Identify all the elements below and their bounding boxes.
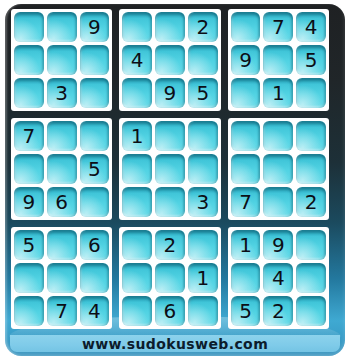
block-3-3: 19452 <box>228 227 329 329</box>
cell-r6c4[interactable] <box>122 187 152 217</box>
cell-r9c4[interactable] <box>122 296 152 326</box>
cell-r3c7[interactable] <box>231 78 261 108</box>
block-2-2: 13 <box>119 118 220 220</box>
cell-r2c6[interactable] <box>188 45 218 75</box>
cell-r6c3[interactable] <box>80 187 110 217</box>
cell-r3c8[interactable]: 1 <box>263 78 293 108</box>
cell-r7c5[interactable]: 2 <box>155 230 185 260</box>
block-1-1: 93 <box>11 9 112 111</box>
footer-band: www.sudokusweb.com <box>10 335 340 352</box>
cell-r2c5[interactable] <box>155 45 185 75</box>
cell-r5c9[interactable] <box>296 154 326 184</box>
cell-r2c9[interactable]: 5 <box>296 45 326 75</box>
cell-r1c6[interactable]: 2 <box>188 12 218 42</box>
cell-r7c4[interactable] <box>122 230 152 260</box>
cell-r8c5[interactable] <box>155 263 185 293</box>
cell-r7c8[interactable]: 9 <box>263 230 293 260</box>
cell-r6c5[interactable] <box>155 187 185 217</box>
sudoku-app: 9324957495175961372567421619452 www.sudo… <box>0 0 350 360</box>
cell-r7c2[interactable] <box>47 230 77 260</box>
cell-r4c6[interactable] <box>188 121 218 151</box>
cell-r5c6[interactable] <box>188 154 218 184</box>
cell-r2c2[interactable] <box>47 45 77 75</box>
cell-r7c7[interactable]: 1 <box>231 230 261 260</box>
cell-r5c1[interactable] <box>14 154 44 184</box>
block-1-2: 2495 <box>119 9 220 111</box>
cell-r7c3[interactable]: 6 <box>80 230 110 260</box>
cell-r6c2[interactable]: 6 <box>47 187 77 217</box>
cell-r5c5[interactable] <box>155 154 185 184</box>
cell-r9c5[interactable]: 6 <box>155 296 185 326</box>
cell-r5c3[interactable]: 5 <box>80 154 110 184</box>
cell-r2c8[interactable] <box>263 45 293 75</box>
cell-r5c4[interactable] <box>122 154 152 184</box>
cell-r6c1[interactable]: 9 <box>14 187 44 217</box>
cell-r9c9[interactable] <box>296 296 326 326</box>
cell-r8c3[interactable] <box>80 263 110 293</box>
cell-r8c2[interactable] <box>47 263 77 293</box>
cell-r9c8[interactable]: 2 <box>263 296 293 326</box>
cell-r3c5[interactable]: 9 <box>155 78 185 108</box>
cell-r8c9[interactable] <box>296 263 326 293</box>
cell-r4c9[interactable] <box>296 121 326 151</box>
block-2-1: 7596 <box>11 118 112 220</box>
cell-r3c9[interactable] <box>296 78 326 108</box>
cell-r9c2[interactable]: 7 <box>47 296 77 326</box>
cell-r4c7[interactable] <box>231 121 261 151</box>
cell-r4c8[interactable] <box>263 121 293 151</box>
cell-r5c2[interactable] <box>47 154 77 184</box>
cell-r4c4[interactable]: 1 <box>122 121 152 151</box>
cell-r8c1[interactable] <box>14 263 44 293</box>
cell-r2c7[interactable]: 9 <box>231 45 261 75</box>
cell-r1c3[interactable]: 9 <box>80 12 110 42</box>
cell-r8c6[interactable]: 1 <box>188 263 218 293</box>
cell-r3c2[interactable]: 3 <box>47 78 77 108</box>
block-3-1: 5674 <box>11 227 112 329</box>
cell-r8c4[interactable] <box>122 263 152 293</box>
cell-r3c6[interactable]: 5 <box>188 78 218 108</box>
block-1-3: 74951 <box>228 9 329 111</box>
cell-r1c5[interactable] <box>155 12 185 42</box>
cell-r4c5[interactable] <box>155 121 185 151</box>
cell-r3c3[interactable] <box>80 78 110 108</box>
cell-r9c3[interactable]: 4 <box>80 296 110 326</box>
cell-r4c3[interactable] <box>80 121 110 151</box>
cell-r1c2[interactable] <box>47 12 77 42</box>
cell-r6c6[interactable]: 3 <box>188 187 218 217</box>
cell-r9c6[interactable] <box>188 296 218 326</box>
cell-r4c1[interactable]: 7 <box>14 121 44 151</box>
cell-r7c6[interactable] <box>188 230 218 260</box>
cell-r2c3[interactable] <box>80 45 110 75</box>
cell-r1c8[interactable]: 7 <box>263 12 293 42</box>
cell-r1c4[interactable] <box>122 12 152 42</box>
cell-r1c1[interactable] <box>14 12 44 42</box>
site-url[interactable]: www.sudokusweb.com <box>82 336 268 352</box>
cell-r2c1[interactable] <box>14 45 44 75</box>
cell-r6c9[interactable]: 2 <box>296 187 326 217</box>
cell-r1c9[interactable]: 4 <box>296 12 326 42</box>
cell-r2c4[interactable]: 4 <box>122 45 152 75</box>
cell-r3c4[interactable] <box>122 78 152 108</box>
cell-r9c7[interactable]: 5 <box>231 296 261 326</box>
cell-r6c7[interactable]: 7 <box>231 187 261 217</box>
cell-r7c1[interactable]: 5 <box>14 230 44 260</box>
cell-r8c7[interactable] <box>231 263 261 293</box>
block-2-3: 72 <box>228 118 329 220</box>
sudoku-board: 9324957495175961372567421619452 <box>11 9 329 329</box>
cell-r5c8[interactable] <box>263 154 293 184</box>
cell-r7c9[interactable] <box>296 230 326 260</box>
block-3-2: 216 <box>119 227 220 329</box>
cell-r5c7[interactable] <box>231 154 261 184</box>
cell-r4c2[interactable] <box>47 121 77 151</box>
cell-r1c7[interactable] <box>231 12 261 42</box>
cell-r9c1[interactable] <box>14 296 44 326</box>
cell-r8c8[interactable]: 4 <box>263 263 293 293</box>
cell-r6c8[interactable] <box>263 187 293 217</box>
cell-r3c1[interactable] <box>14 78 44 108</box>
